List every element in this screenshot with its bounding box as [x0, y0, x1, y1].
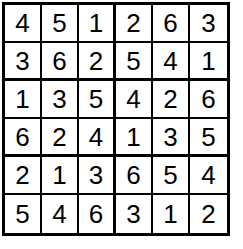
- sudoku-cell[interactable]: 1: [42, 157, 79, 195]
- sudoku-cell[interactable]: 3: [42, 81, 79, 119]
- sudoku-cell[interactable]: 4: [42, 195, 79, 233]
- sudoku-board-wrapper: 451263362541135426624135213654546312: [0, 0, 243, 238]
- sudoku-cell[interactable]: 2: [5, 157, 42, 195]
- sudoku-cell[interactable]: 5: [116, 43, 153, 81]
- sudoku-cell[interactable]: 3: [5, 43, 42, 81]
- sudoku-cell[interactable]: 4: [153, 43, 190, 81]
- sudoku-cell[interactable]: 3: [116, 195, 153, 233]
- sudoku-cell[interactable]: 1: [190, 43, 227, 81]
- sudoku-cell[interactable]: 4: [79, 119, 116, 157]
- sudoku-cell[interactable]: 1: [5, 81, 42, 119]
- sudoku-cell[interactable]: 3: [79, 157, 116, 195]
- sudoku-cell[interactable]: 5: [5, 195, 42, 233]
- sudoku-cell[interactable]: 2: [190, 195, 227, 233]
- sudoku-cell[interactable]: 5: [79, 81, 116, 119]
- sudoku-cell[interactable]: 4: [190, 157, 227, 195]
- sudoku-cell[interactable]: 2: [116, 5, 153, 43]
- sudoku-cell[interactable]: 6: [116, 157, 153, 195]
- sudoku-cell[interactable]: 5: [153, 157, 190, 195]
- sudoku-cell[interactable]: 4: [116, 81, 153, 119]
- sudoku-cell[interactable]: 3: [190, 5, 227, 43]
- sudoku-cell[interactable]: 5: [190, 119, 227, 157]
- sudoku-cell[interactable]: 6: [5, 119, 42, 157]
- sudoku-cell[interactable]: 3: [153, 119, 190, 157]
- sudoku-cell[interactable]: 1: [79, 5, 116, 43]
- sudoku-cell[interactable]: 5: [42, 5, 79, 43]
- sudoku-cell[interactable]: 4: [5, 5, 42, 43]
- sudoku-cell[interactable]: 6: [79, 195, 116, 233]
- sudoku-cell[interactable]: 1: [153, 195, 190, 233]
- sudoku-cell[interactable]: 6: [190, 81, 227, 119]
- sudoku-cell[interactable]: 6: [153, 5, 190, 43]
- sudoku-cell[interactable]: 2: [79, 43, 116, 81]
- sudoku-cell[interactable]: 2: [42, 119, 79, 157]
- sudoku-cell[interactable]: 1: [116, 119, 153, 157]
- sudoku-board: 451263362541135426624135213654546312: [2, 2, 230, 236]
- sudoku-cell[interactable]: 6: [42, 43, 79, 81]
- sudoku-cell[interactable]: 2: [153, 81, 190, 119]
